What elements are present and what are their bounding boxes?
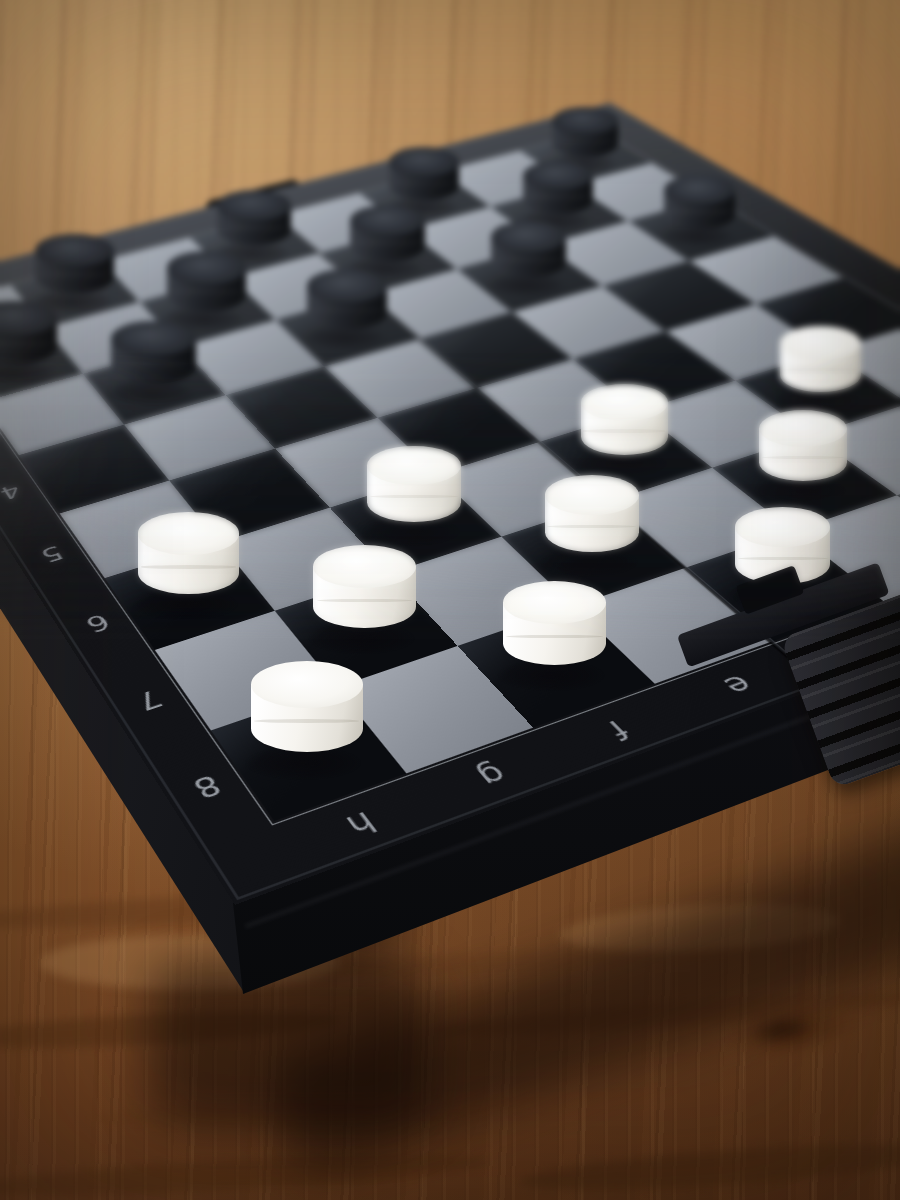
board-shadow (150, 960, 430, 1130)
